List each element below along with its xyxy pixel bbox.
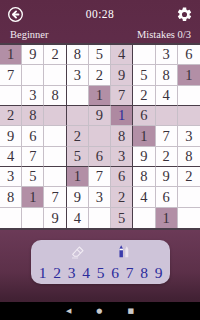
cell-r9c6[interactable]: 5 <box>111 208 133 228</box>
cell-r1c1[interactable]: 1 <box>0 45 22 65</box>
cell-r7c6[interactable]: 6 <box>111 167 133 187</box>
pad-digit-1[interactable]: 1 <box>37 264 48 282</box>
cell-r6c8[interactable]: 2 <box>156 147 178 167</box>
cell-r4c9[interactable] <box>178 106 200 126</box>
nav-back-icon[interactable]: ◀ <box>66 308 71 315</box>
cell-digit: 2 <box>74 129 81 144</box>
cell-r5c8[interactable]: 7 <box>156 126 178 146</box>
cell-digit: 3 <box>96 190 103 205</box>
cell-digit: 9 <box>140 149 147 164</box>
pad-digit-9[interactable]: 9 <box>153 264 164 282</box>
cell-r4c8[interactable] <box>156 106 178 126</box>
cell-r3c9[interactable] <box>178 86 200 106</box>
cell-r1c4[interactable]: 8 <box>67 45 89 65</box>
cell-r2c6[interactable]: 9 <box>111 65 133 85</box>
cell-digit: 8 <box>51 88 58 103</box>
cell-r3c8[interactable]: 4 <box>156 86 178 106</box>
cell-digit: 9 <box>7 129 14 144</box>
cell-r2c5[interactable]: 2 <box>89 65 111 85</box>
cell-digit: 1 <box>140 129 147 144</box>
cell-r1c8[interactable]: 3 <box>156 45 178 65</box>
cell-digit: 1 <box>96 88 103 103</box>
cell-r6c4[interactable]: 5 <box>67 147 89 167</box>
cell-r6c1[interactable]: 4 <box>0 147 22 167</box>
cell-digit: 5 <box>74 149 81 164</box>
cell-digit: 8 <box>185 149 192 164</box>
gear-icon <box>176 6 193 23</box>
cell-r4c6[interactable]: 1 <box>111 106 133 126</box>
pencil-button[interactable] <box>116 244 132 260</box>
cell-digit: 2 <box>118 190 125 205</box>
tool-row <box>31 240 170 262</box>
cell-digit: 1 <box>118 108 125 123</box>
cell-digit: 9 <box>96 108 103 123</box>
pencil-icon <box>116 244 132 260</box>
cell-r7c3[interactable] <box>44 167 66 187</box>
cell-r5c6[interactable]: 8 <box>111 126 133 146</box>
cell-r8c5[interactable]: 3 <box>89 187 111 207</box>
cell-r9c7[interactable] <box>133 208 155 228</box>
cell-digit: 2 <box>7 108 14 123</box>
cell-digit: 1 <box>74 169 81 184</box>
cell-r1c5[interactable]: 5 <box>89 45 111 65</box>
cell-r7c9[interactable]: 2 <box>178 167 200 187</box>
cell-r9c3[interactable]: 9 <box>44 208 66 228</box>
cell-r2c4[interactable]: 3 <box>67 65 89 85</box>
cell-r9c9[interactable] <box>178 208 200 228</box>
pad-digit-6[interactable]: 6 <box>110 264 121 282</box>
cell-digit: 8 <box>29 108 36 123</box>
cell-r3c2[interactable]: 3 <box>22 86 44 106</box>
cell-r2c1[interactable]: 7 <box>0 65 22 85</box>
cell-digit: 8 <box>7 190 14 205</box>
cell-r3c3[interactable]: 8 <box>44 86 66 106</box>
cell-r3c6[interactable]: 7 <box>111 86 133 106</box>
cell-digit: 4 <box>163 88 170 103</box>
cell-r9c1[interactable] <box>0 208 22 228</box>
pad-digit-7[interactable]: 7 <box>124 264 135 282</box>
cell-digit: 7 <box>29 149 36 164</box>
cell-digit: 2 <box>51 47 58 62</box>
cell-digit: 9 <box>74 190 81 205</box>
cell-r1c3[interactable]: 2 <box>44 45 66 65</box>
cell-r3c4[interactable] <box>67 86 89 106</box>
cell-r8c8[interactable]: 6 <box>156 187 178 207</box>
cell-r1c2[interactable]: 9 <box>22 45 44 65</box>
cell-r4c4[interactable] <box>67 106 89 126</box>
cell-digit: 4 <box>140 190 147 205</box>
cell-digit: 1 <box>185 68 192 83</box>
cell-digit: 5 <box>140 68 147 83</box>
cell-r5c2[interactable]: 6 <box>22 126 44 146</box>
cell-r1c9[interactable]: 6 <box>178 45 200 65</box>
sudoku-app-screen: 00:28 Beginner Mistakes 0/3 192854367329… <box>0 0 200 320</box>
cell-digit: 7 <box>96 169 103 184</box>
cell-digit: 6 <box>163 190 170 205</box>
cell-r8c6[interactable]: 2 <box>111 187 133 207</box>
cell-r9c2[interactable] <box>22 208 44 228</box>
cell-digit: 7 <box>7 68 14 83</box>
cell-digit: 6 <box>29 129 36 144</box>
pad-digit-3[interactable]: 3 <box>66 264 77 282</box>
cell-r7c4[interactable]: 1 <box>67 167 89 187</box>
cell-r8c2[interactable]: 1 <box>22 187 44 207</box>
cell-r3c7[interactable]: 2 <box>133 86 155 106</box>
cell-digit: 4 <box>7 149 14 164</box>
eraser-button[interactable] <box>70 244 86 260</box>
cell-digit: 2 <box>163 149 170 164</box>
cell-r2c2[interactable] <box>22 65 44 85</box>
cell-digit: 9 <box>118 68 125 83</box>
cell-r8c7[interactable]: 4 <box>133 187 155 207</box>
cell-r9c5[interactable] <box>89 208 111 228</box>
cell-r4c1[interactable]: 2 <box>0 106 22 126</box>
cell-r2c7[interactable]: 5 <box>133 65 155 85</box>
cell-digit: 6 <box>185 47 192 62</box>
cell-digit: 9 <box>163 169 170 184</box>
cell-digit: 3 <box>118 149 125 164</box>
cell-digit: 8 <box>74 47 81 62</box>
timer: 00:28 <box>0 8 200 20</box>
cell-r8c1[interactable]: 8 <box>0 187 22 207</box>
cell-digit: 7 <box>163 129 170 144</box>
cell-r5c4[interactable]: 2 <box>67 126 89 146</box>
cell-digit: 3 <box>29 88 36 103</box>
cell-r8c9[interactable] <box>178 187 200 207</box>
cell-digit: 6 <box>140 108 147 123</box>
settings-button[interactable] <box>176 6 193 23</box>
cell-r5c3[interactable] <box>44 126 66 146</box>
cell-r2c9[interactable]: 1 <box>178 65 200 85</box>
cell-r2c3[interactable] <box>44 65 66 85</box>
nav-home-icon[interactable]: ● <box>96 308 102 315</box>
cell-r7c5[interactable]: 7 <box>89 167 111 187</box>
app-bar: 00:28 <box>0 0 200 28</box>
cell-r6c7[interactable]: 9 <box>133 147 155 167</box>
number-pad: 123456789 <box>31 262 170 283</box>
cell-r6c2[interactable]: 7 <box>22 147 44 167</box>
difficulty-label: Beginner <box>10 29 49 40</box>
cell-r6c3[interactable] <box>44 147 66 167</box>
nav-recents-icon[interactable]: ■ <box>127 308 134 315</box>
cell-r4c2[interactable]: 8 <box>22 106 44 126</box>
pad-digit-8[interactable]: 8 <box>139 264 150 282</box>
cell-r7c8[interactable]: 9 <box>156 167 178 187</box>
cell-digit: 2 <box>140 88 147 103</box>
pad-digit-5[interactable]: 5 <box>95 264 106 282</box>
cell-digit: 8 <box>118 129 125 144</box>
cell-digit: 3 <box>7 169 14 184</box>
cell-r1c7[interactable] <box>133 45 155 65</box>
cell-digit: 1 <box>7 47 14 62</box>
cell-digit: 5 <box>29 169 36 184</box>
android-nav-bar: ◀ ● ■ <box>0 302 200 320</box>
cell-r8c3[interactable]: 7 <box>44 187 66 207</box>
cell-digit: 9 <box>29 47 36 62</box>
input-panel: 123456789 <box>31 240 170 284</box>
cell-digit: 5 <box>96 47 103 62</box>
cell-digit: 6 <box>118 169 125 184</box>
cell-r5c7[interactable]: 1 <box>133 126 155 146</box>
pad-digit-2[interactable]: 2 <box>52 264 63 282</box>
cell-digit: 3 <box>185 129 192 144</box>
cell-r4c3[interactable] <box>44 106 66 126</box>
cell-digit: 1 <box>163 211 170 226</box>
cell-digit: 8 <box>140 169 147 184</box>
cell-r5c5[interactable] <box>89 126 111 146</box>
cell-digit: 5 <box>118 211 125 226</box>
cell-r7c1[interactable]: 3 <box>0 167 22 187</box>
cell-digit: 7 <box>51 190 58 205</box>
cell-digit: 7 <box>118 88 125 103</box>
cell-r5c1[interactable]: 9 <box>0 126 22 146</box>
cell-r3c5[interactable]: 1 <box>89 86 111 106</box>
cell-digit: 2 <box>96 68 103 83</box>
cell-digit: 4 <box>74 211 81 226</box>
cell-r3c1[interactable] <box>0 86 22 106</box>
cell-r2c8[interactable]: 8 <box>156 65 178 85</box>
cell-r6c6[interactable]: 3 <box>111 147 133 167</box>
sudoku-grid: 1928543673295813817242891696281734756392… <box>0 43 200 230</box>
cell-r8c4[interactable]: 9 <box>67 187 89 207</box>
cell-digit: 3 <box>163 47 170 62</box>
cell-digit: 6 <box>96 149 103 164</box>
cell-r7c2[interactable]: 5 <box>22 167 44 187</box>
mistakes-counter: Mistakes 0/3 <box>137 29 191 40</box>
cell-digit: 1 <box>29 190 36 205</box>
cell-digit: 3 <box>74 68 81 83</box>
cell-digit: 8 <box>163 68 170 83</box>
cell-r4c5[interactable]: 9 <box>89 106 111 126</box>
eraser-icon <box>70 244 86 260</box>
cell-digit: 4 <box>118 47 125 62</box>
cell-r9c4[interactable]: 4 <box>67 208 89 228</box>
pad-digit-4[interactable]: 4 <box>81 264 92 282</box>
cell-r1c6[interactable]: 4 <box>111 45 133 65</box>
cell-r6c5[interactable]: 6 <box>89 147 111 167</box>
cell-digit: 2 <box>185 169 192 184</box>
cell-digit: 9 <box>51 211 58 226</box>
cell-r9c8[interactable]: 1 <box>156 208 178 228</box>
cell-r4c7[interactable]: 6 <box>133 106 155 126</box>
cell-r7c7[interactable]: 8 <box>133 167 155 187</box>
cell-r5c9[interactable]: 3 <box>178 126 200 146</box>
cell-r6c9[interactable]: 8 <box>178 147 200 167</box>
